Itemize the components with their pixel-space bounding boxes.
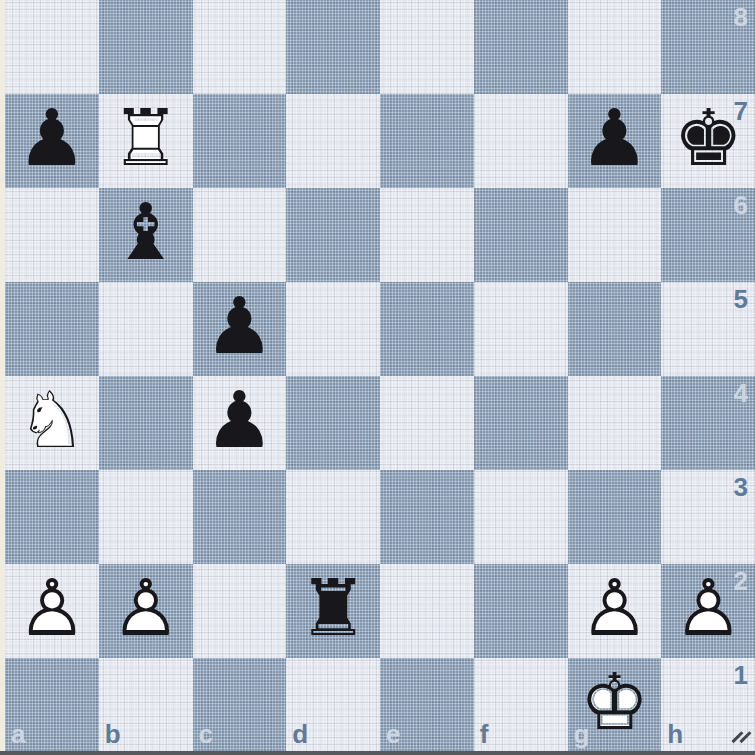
square-c2[interactable]: [193, 564, 287, 658]
square-f3[interactable]: [474, 470, 568, 564]
square-d5[interactable]: [286, 282, 380, 376]
file-label-b: b: [105, 721, 121, 747]
file-label-a: a: [11, 721, 25, 747]
chess-board-frame: 8♟♜♖♟♚7♝6♟5♞♘♟43♟♙♟♙♜♟♙♟♙2abcdef♚♔gh1: [0, 0, 755, 755]
square-g5[interactable]: [568, 282, 662, 376]
square-b3[interactable]: [99, 470, 193, 564]
square-f4[interactable]: [474, 376, 568, 470]
square-c1[interactable]: c: [193, 658, 287, 752]
rank-label-4: 4: [734, 380, 748, 406]
white-pawn-outline: ♙: [99, 569, 193, 647]
rank-label-2: 2: [734, 568, 748, 594]
square-c6[interactable]: [193, 188, 287, 282]
square-e6[interactable]: [380, 188, 474, 282]
square-g1[interactable]: ♚♔g: [568, 658, 662, 752]
black-pawn-glyph: ♟: [193, 381, 287, 459]
square-h7[interactable]: ♚7: [661, 94, 755, 188]
piece-white-pawn[interactable]: ♟♙: [568, 564, 662, 658]
square-c8[interactable]: [193, 0, 287, 94]
rank-label-7: 7: [734, 98, 748, 124]
square-h3[interactable]: 3: [661, 470, 755, 564]
piece-white-knight[interactable]: ♞♘: [5, 376, 99, 470]
square-f5[interactable]: [474, 282, 568, 376]
piece-white-rook[interactable]: ♜♖: [99, 94, 193, 188]
black-pawn-glyph: ♟: [568, 99, 662, 177]
rank-label-1: 1: [734, 662, 748, 688]
square-f7[interactable]: [474, 94, 568, 188]
file-label-c: c: [199, 721, 213, 747]
file-label-g: g: [574, 721, 590, 747]
black-bishop-glyph: ♝: [99, 193, 193, 271]
square-a4[interactable]: ♞♘: [5, 376, 99, 470]
piece-black-pawn[interactable]: ♟: [193, 282, 287, 376]
piece-white-pawn[interactable]: ♟♙: [99, 564, 193, 658]
square-c5[interactable]: ♟: [193, 282, 287, 376]
square-h4[interactable]: 4: [661, 376, 755, 470]
square-d2[interactable]: ♜: [286, 564, 380, 658]
square-b2[interactable]: ♟♙: [99, 564, 193, 658]
piece-black-pawn[interactable]: ♟: [193, 376, 287, 470]
white-pawn-outline: ♙: [568, 569, 662, 647]
square-e2[interactable]: [380, 564, 474, 658]
piece-black-pawn[interactable]: ♟: [5, 94, 99, 188]
chess-board: 8♟♜♖♟♚7♝6♟5♞♘♟43♟♙♟♙♜♟♙♟♙2abcdef♚♔gh1: [5, 0, 755, 752]
square-b8[interactable]: [99, 0, 193, 94]
file-label-e: e: [386, 721, 400, 747]
square-e1[interactable]: e: [380, 658, 474, 752]
file-label-f: f: [480, 721, 489, 747]
square-a2[interactable]: ♟♙: [5, 564, 99, 658]
rank-label-5: 5: [734, 286, 748, 312]
square-e8[interactable]: [380, 0, 474, 94]
black-pawn-glyph: ♟: [193, 287, 287, 365]
rank-label-3: 3: [734, 474, 748, 500]
square-g6[interactable]: [568, 188, 662, 282]
square-c4[interactable]: ♟: [193, 376, 287, 470]
square-e3[interactable]: [380, 470, 474, 564]
resize-handle-icon[interactable]: [731, 726, 753, 748]
square-c3[interactable]: [193, 470, 287, 564]
square-h6[interactable]: 6: [661, 188, 755, 282]
square-h5[interactable]: 5: [661, 282, 755, 376]
square-h8[interactable]: 8: [661, 0, 755, 94]
piece-black-pawn[interactable]: ♟: [568, 94, 662, 188]
white-rook-outline: ♖: [99, 99, 193, 177]
square-a5[interactable]: [5, 282, 99, 376]
square-b7[interactable]: ♜♖: [99, 94, 193, 188]
black-rook-glyph: ♜: [286, 569, 380, 647]
square-d7[interactable]: [286, 94, 380, 188]
piece-white-pawn[interactable]: ♟♙: [5, 564, 99, 658]
file-label-h: h: [667, 721, 683, 747]
square-f6[interactable]: [474, 188, 568, 282]
file-label-d: d: [292, 721, 308, 747]
square-d1[interactable]: d: [286, 658, 380, 752]
square-a6[interactable]: [5, 188, 99, 282]
piece-black-rook[interactable]: ♜: [286, 564, 380, 658]
square-d6[interactable]: [286, 188, 380, 282]
square-f8[interactable]: [474, 0, 568, 94]
square-d4[interactable]: [286, 376, 380, 470]
square-g3[interactable]: [568, 470, 662, 564]
rank-label-6: 6: [734, 192, 748, 218]
square-b5[interactable]: [99, 282, 193, 376]
square-g2[interactable]: ♟♙: [568, 564, 662, 658]
piece-black-bishop[interactable]: ♝: [99, 188, 193, 282]
rank-label-8: 8: [734, 4, 748, 30]
square-e7[interactable]: [380, 94, 474, 188]
square-b4[interactable]: [99, 376, 193, 470]
white-knight-outline: ♘: [5, 381, 99, 459]
square-a7[interactable]: ♟: [5, 94, 99, 188]
square-c7[interactable]: [193, 94, 287, 188]
square-g7[interactable]: ♟: [568, 94, 662, 188]
square-f2[interactable]: [474, 564, 568, 658]
square-b6[interactable]: ♝: [99, 188, 193, 282]
square-a1[interactable]: a: [5, 658, 99, 752]
square-f1[interactable]: f: [474, 658, 568, 752]
board-bottom-edge: [0, 751, 755, 755]
square-b1[interactable]: b: [99, 658, 193, 752]
black-pawn-glyph: ♟: [5, 99, 99, 177]
white-pawn-outline: ♙: [5, 569, 99, 647]
square-g4[interactable]: [568, 376, 662, 470]
square-g8[interactable]: [568, 0, 662, 94]
square-h2[interactable]: ♟♙2: [661, 564, 755, 658]
square-a8[interactable]: [5, 0, 99, 94]
square-e5[interactable]: [380, 282, 474, 376]
square-e4[interactable]: [380, 376, 474, 470]
square-d8[interactable]: [286, 0, 380, 94]
square-a3[interactable]: [5, 470, 99, 564]
square-d3[interactable]: [286, 470, 380, 564]
